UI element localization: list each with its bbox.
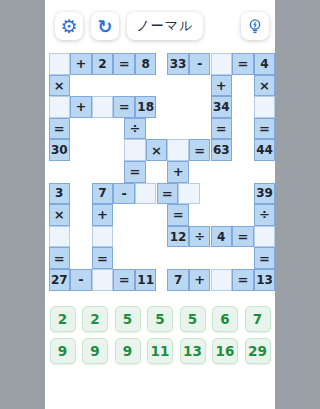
board-cell-operator: - bbox=[70, 269, 92, 291]
board-cell-given: 11 bbox=[135, 269, 157, 291]
board-cell-given: 2 bbox=[92, 53, 114, 75]
board-cell-operator: = bbox=[232, 53, 254, 75]
tray-tile[interactable]: 9 bbox=[50, 338, 76, 364]
board-cell-given: 4 bbox=[254, 53, 275, 75]
board-cell-operator: + bbox=[70, 96, 92, 118]
tray-tile[interactable]: 13 bbox=[180, 338, 206, 364]
board-cell-operator: = bbox=[113, 269, 135, 291]
board-cell-empty[interactable] bbox=[178, 183, 200, 205]
board-cell-operator: = bbox=[254, 118, 275, 140]
board-cell-empty[interactable] bbox=[135, 183, 157, 205]
board-cell-operator: × bbox=[146, 139, 168, 161]
tray-tile[interactable]: 2 bbox=[50, 306, 76, 332]
board-cell-given: 8 bbox=[135, 53, 157, 75]
tray-tile[interactable]: 2 bbox=[82, 306, 108, 332]
tray-tile[interactable]: 6 bbox=[212, 306, 238, 332]
board-cell-operator: = bbox=[232, 269, 254, 291]
tray-tile[interactable]: 5 bbox=[147, 306, 173, 332]
board-cell-empty[interactable] bbox=[211, 269, 233, 291]
board-cell-empty[interactable] bbox=[254, 96, 275, 118]
tray-row: 99911131629 bbox=[50, 338, 271, 364]
board-cell-empty[interactable] bbox=[254, 226, 275, 248]
tray-tile[interactable]: 9 bbox=[82, 338, 108, 364]
board-cell-operator: = bbox=[49, 118, 71, 140]
tray-tile[interactable]: 5 bbox=[180, 306, 206, 332]
board-cell-given: 7 bbox=[92, 183, 114, 205]
tray-tile[interactable]: 11 bbox=[147, 338, 173, 364]
number-tray: 225556799911131629 bbox=[45, 306, 275, 364]
board-cell-operator: = bbox=[254, 247, 275, 269]
board-cell-operator: + bbox=[211, 75, 233, 97]
board-cell-given: 44 bbox=[254, 139, 275, 161]
board-cell-operator: ÷ bbox=[254, 204, 275, 226]
board-cell-empty[interactable] bbox=[92, 269, 114, 291]
board-cell-empty[interactable] bbox=[167, 139, 189, 161]
app-screen: ⚙ ↻ ノーマル +2=833-=4×+×+=1834=÷==30×=6344=… bbox=[45, 0, 275, 409]
board-cell-given: 18 bbox=[135, 96, 157, 118]
board-cell-given: 4 bbox=[211, 226, 233, 248]
puzzle-board: +2=833-=4×+×+=1834=÷==30×=6344=+37-=39×+… bbox=[45, 0, 275, 310]
board-cell-operator: + bbox=[92, 204, 114, 226]
board-cell-operator: × bbox=[49, 204, 71, 226]
board-cell-given: 12 bbox=[167, 226, 189, 248]
board-cell-operator: = bbox=[49, 247, 71, 269]
board-cell-operator: = bbox=[92, 247, 114, 269]
board-cell-operator: = bbox=[211, 118, 233, 140]
tray-tile[interactable]: 9 bbox=[115, 338, 141, 364]
board-cell-operator: - bbox=[113, 183, 135, 205]
board-cell-operator: ÷ bbox=[124, 118, 146, 140]
board-cell-operator: × bbox=[49, 75, 71, 97]
board-cell-operator: = bbox=[124, 161, 146, 183]
board-cell-given: 39 bbox=[254, 183, 275, 205]
board-cell-operator: + bbox=[70, 53, 92, 75]
board-cell-operator: = bbox=[157, 183, 179, 205]
board-cell-operator: = bbox=[113, 53, 135, 75]
board-cell-empty[interactable] bbox=[92, 226, 114, 248]
tray-tile[interactable]: 7 bbox=[245, 306, 271, 332]
board-cell-given: 34 bbox=[211, 96, 233, 118]
board-cell-operator: = bbox=[189, 139, 211, 161]
board-cell-given: 33 bbox=[167, 53, 189, 75]
tray-tile[interactable]: 16 bbox=[212, 338, 238, 364]
board-cell-empty[interactable] bbox=[92, 96, 114, 118]
board-cell-given: 30 bbox=[49, 139, 71, 161]
board-cell-operator: = bbox=[113, 96, 135, 118]
board-cell-operator: ÷ bbox=[189, 226, 211, 248]
board-cell-operator: - bbox=[189, 53, 211, 75]
board-cell-given: 13 bbox=[254, 269, 275, 291]
board-cell-operator: × bbox=[254, 75, 275, 97]
board-cell-operator: = bbox=[167, 204, 189, 226]
board-cell-empty[interactable] bbox=[124, 139, 146, 161]
tray-tile[interactable]: 5 bbox=[115, 306, 141, 332]
board-cell-operator: + bbox=[189, 269, 211, 291]
board-cell-given: 63 bbox=[211, 139, 233, 161]
board-cell-given: 3 bbox=[49, 183, 71, 205]
board-cell-empty[interactable] bbox=[49, 96, 71, 118]
board-cell-empty[interactable] bbox=[49, 226, 71, 248]
board-cell-empty[interactable] bbox=[211, 53, 233, 75]
board-cell-operator: + bbox=[167, 161, 189, 183]
board-cell-empty[interactable] bbox=[49, 53, 71, 75]
board-cell-given: 7 bbox=[167, 269, 189, 291]
tray-tile[interactable]: 29 bbox=[245, 338, 271, 364]
board-cell-operator: = bbox=[232, 226, 254, 248]
board-cell-given: 27 bbox=[49, 269, 71, 291]
tray-row: 2255567 bbox=[50, 306, 271, 332]
